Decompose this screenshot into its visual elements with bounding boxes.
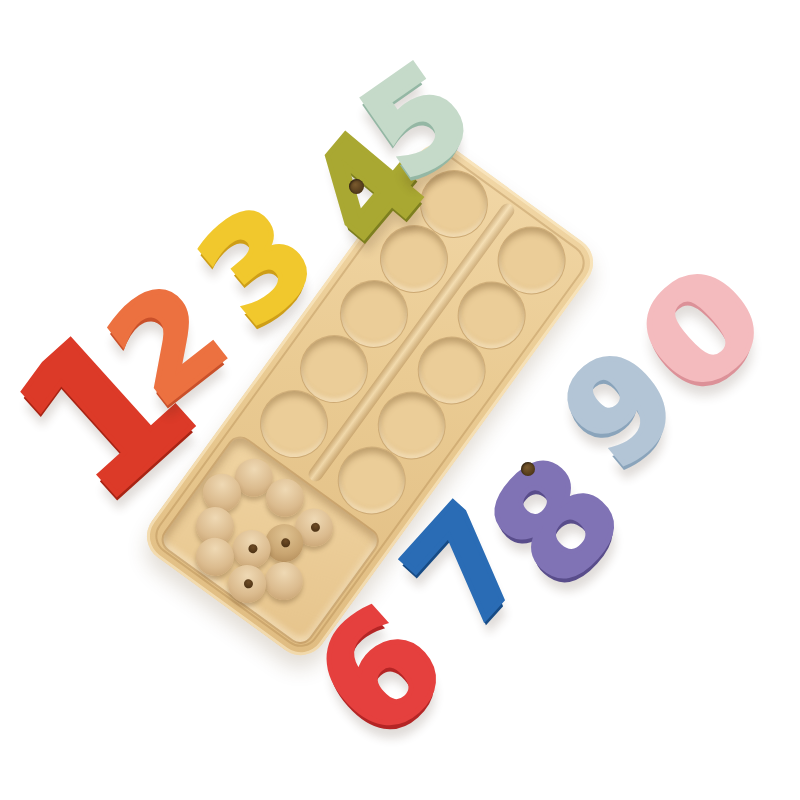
- bead-hole: [279, 537, 292, 550]
- bead-hole: [242, 578, 255, 591]
- tile-8-drill-hole: [521, 462, 535, 476]
- product-photo-scene: 1234567890: [0, 0, 800, 800]
- tile-4-drill-hole: [349, 179, 364, 194]
- bead-hole: [309, 521, 322, 534]
- bead-hole: [246, 542, 259, 555]
